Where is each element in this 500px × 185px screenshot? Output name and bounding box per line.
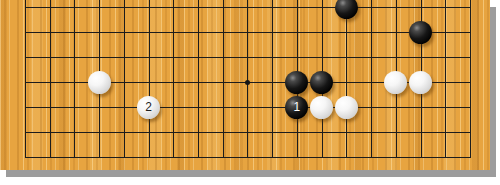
star-point [245, 80, 250, 85]
white-stone [335, 96, 358, 119]
black-stone [335, 0, 358, 19]
stone-move-number: 1 [294, 101, 301, 113]
go-diagram: 21 [0, 0, 500, 185]
black-stone [310, 71, 333, 94]
black-stone: 1 [285, 96, 308, 119]
white-stone [409, 71, 432, 94]
white-stone [88, 71, 111, 94]
stone-grid: 21 [13, 0, 483, 170]
white-stone [310, 96, 333, 119]
go-board[interactable]: 21 [0, 0, 490, 170]
white-stone: 2 [137, 96, 160, 119]
white-stone [384, 71, 407, 94]
black-stone [285, 71, 308, 94]
stone-move-number: 2 [145, 101, 152, 113]
black-stone [409, 21, 432, 44]
